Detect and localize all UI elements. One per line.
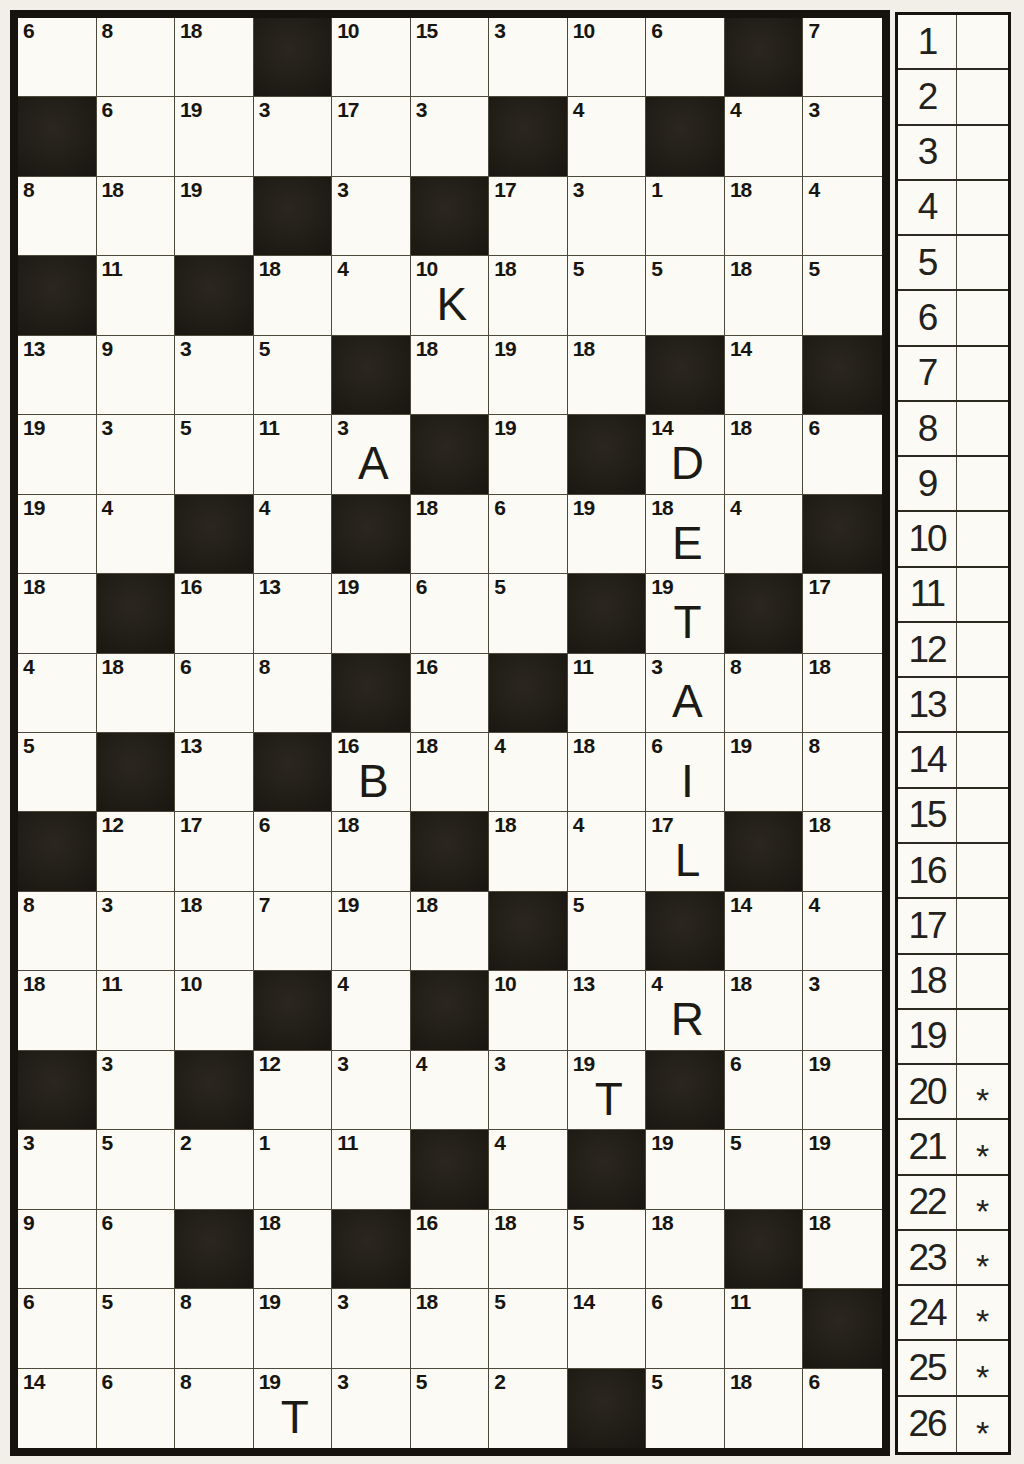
grid-cell[interactable]: 5 [568, 892, 647, 971]
grid-cell[interactable]: 4 [803, 892, 882, 971]
cell-code-number: 18 [730, 1370, 751, 1393]
grid-cell[interactable]: 19T [254, 1369, 333, 1448]
grid-cell[interactable]: 4R [646, 971, 725, 1050]
grid-cell[interactable]: 19 [489, 336, 568, 415]
tracker-code-number: 3 [898, 126, 957, 179]
grid-cell[interactable]: 18E [646, 495, 725, 574]
grid-cell-black [254, 971, 333, 1050]
grid-cell[interactable]: 11 [725, 1289, 804, 1368]
grid-cell[interactable]: 16 [175, 574, 254, 653]
tracker-letter-cell[interactable] [957, 126, 1008, 179]
grid-cell[interactable]: 3 [18, 1130, 97, 1209]
tracker-letter-cell[interactable] [957, 347, 1008, 400]
cell-code-number: 11 [102, 257, 122, 280]
tracker-letter-cell[interactable] [957, 1010, 1008, 1063]
grid-cell[interactable]: 18 [411, 495, 490, 574]
grid-cell[interactable]: 5 [568, 1210, 647, 1289]
cell-code-number: 8 [808, 734, 819, 757]
tracker-letter-cell[interactable] [957, 733, 1008, 786]
cell-code-number: 18 [730, 416, 751, 439]
grid-cell-black [725, 18, 804, 97]
cell-code-number: 5 [494, 1290, 505, 1313]
cell-code-number: 5 [23, 734, 34, 757]
grid-cell[interactable]: 4 [411, 1051, 490, 1130]
grid-cell[interactable]: 11 [254, 415, 333, 494]
tracker-letter-cell[interactable]: * [957, 1397, 1008, 1452]
grid-cell[interactable]: 16B [332, 733, 411, 812]
cell-code-number: 6 [651, 19, 662, 42]
tracker-letter-cell[interactable]: * [957, 1286, 1008, 1339]
cell-code-number: 3 [102, 1052, 113, 1075]
grid-cell[interactable]: 5 [97, 1289, 176, 1368]
grid-cell-black [175, 256, 254, 335]
letter-tracker-panel: 1234567891011121314151617181920*21*22*23… [895, 12, 1011, 1455]
cell-code-number: 4 [730, 98, 741, 121]
grid-cell[interactable]: 6I [646, 733, 725, 812]
grid-cell-black [97, 574, 176, 653]
tracker-code-number: 10 [898, 512, 957, 565]
grid-cell[interactable]: 12 [97, 812, 176, 891]
grid-cell[interactable]: 19 [568, 495, 647, 574]
grid-cell[interactable]: 18 [254, 1210, 333, 1289]
grid-cell[interactable]: 6 [725, 1051, 804, 1130]
cell-code-number: 18 [730, 178, 751, 201]
grid-cell-black [725, 574, 804, 653]
grid-cell[interactable]: 4 [489, 733, 568, 812]
tracker-letter-cell[interactable]: * [957, 1341, 1008, 1394]
grid-cell[interactable]: 18 [489, 1210, 568, 1289]
grid-cell[interactable]: 18 [97, 177, 176, 256]
grid-cell-black [803, 336, 882, 415]
tracker-row: 13 [898, 678, 1008, 733]
grid-cell[interactable]: 4 [568, 812, 647, 891]
grid-cell[interactable]: 9 [18, 1210, 97, 1289]
grid-cell[interactable]: 19 [803, 1051, 882, 1130]
grid-cell-black [411, 415, 490, 494]
grid-cell[interactable]: 19 [175, 177, 254, 256]
grid-cell[interactable]: 9 [97, 336, 176, 415]
cell-code-number: 3 [337, 178, 348, 201]
tracker-row: 12 [898, 623, 1008, 678]
grid-cell[interactable]: 11 [568, 654, 647, 733]
grid-cell[interactable]: 5 [568, 256, 647, 335]
grid-cell[interactable]: 19 [175, 97, 254, 176]
cell-code-number: 8 [730, 655, 741, 678]
tracker-letter-cell[interactable] [957, 402, 1008, 455]
cell-code-number: 17 [180, 813, 201, 836]
grid-cell[interactable]: 4 [254, 495, 333, 574]
grid-cell[interactable]: 10 [568, 18, 647, 97]
cell-code-number: 12 [102, 813, 123, 836]
cell-code-number: 18 [23, 575, 44, 598]
grid-cell[interactable]: 4 [18, 654, 97, 733]
star-mark: * [976, 1414, 989, 1453]
tracker-row: 3 [898, 126, 1008, 181]
cell-code-number: 11 [337, 1131, 357, 1154]
grid-cell[interactable]: 12 [254, 1051, 333, 1130]
tracker-row: 5 [898, 236, 1008, 291]
grid-cell[interactable]: 18 [332, 812, 411, 891]
cell-code-number: 8 [180, 1370, 191, 1393]
grid-cell[interactable]: 16 [411, 654, 490, 733]
grid-cell-black [646, 336, 725, 415]
grid-cell-black [18, 97, 97, 176]
grid-cell-black [332, 654, 411, 733]
tracker-letter-cell[interactable] [957, 789, 1008, 842]
grid-cell[interactable]: 17 [803, 574, 882, 653]
grid-cell[interactable]: 4 [568, 97, 647, 176]
grid-cell[interactable]: 8 [175, 1289, 254, 1368]
grid-cell[interactable]: 5 [646, 256, 725, 335]
grid-cell[interactable]: 18 [175, 18, 254, 97]
tracker-row: 26* [898, 1397, 1008, 1452]
cell-code-number: 19 [180, 178, 201, 201]
grid-cell[interactable]: 4 [332, 971, 411, 1050]
grid-cell[interactable]: 3 [489, 1051, 568, 1130]
tracker-code-number: 15 [898, 789, 957, 842]
grid-cell[interactable]: 4 [725, 97, 804, 176]
codeword-grid-frame: 6818101531067619317344381819317311841118… [10, 10, 890, 1456]
tracker-letter-cell[interactable] [957, 844, 1008, 897]
tracker-code-number: 8 [898, 402, 957, 455]
grid-cell[interactable]: 18 [18, 574, 97, 653]
grid-cell[interactable]: 1 [254, 1130, 333, 1209]
grid-cell[interactable]: 3 [97, 415, 176, 494]
cell-code-number: 18 [337, 813, 358, 836]
grid-cell[interactable]: 6 [97, 97, 176, 176]
grid-cell-black [175, 1051, 254, 1130]
tracker-letter-cell[interactable] [957, 899, 1008, 952]
tracker-letter-cell[interactable] [957, 512, 1008, 565]
grid-cell[interactable]: 18 [489, 256, 568, 335]
grid-cell[interactable]: 3 [332, 177, 411, 256]
cell-code-number: 3 [808, 972, 819, 995]
grid-cell[interactable]: 19 [18, 415, 97, 494]
grid-cell[interactable]: 18 [725, 256, 804, 335]
grid-cell[interactable]: 15 [411, 18, 490, 97]
grid-cell[interactable]: 10 [332, 18, 411, 97]
grid-cell[interactable]: 18 [97, 654, 176, 733]
grid-cell[interactable]: 16 [411, 1210, 490, 1289]
grid-cell[interactable]: 5 [411, 1369, 490, 1448]
cell-code-number: 14 [573, 1290, 594, 1313]
cell-code-number: 5 [651, 257, 662, 280]
grid-cell[interactable]: 3 [332, 1289, 411, 1368]
grid-cell[interactable]: 18 [725, 1369, 804, 1448]
grid-cell[interactable]: 4 [489, 1130, 568, 1209]
grid-cell[interactable]: 18 [568, 336, 647, 415]
grid-cell[interactable]: 14 [568, 1289, 647, 1368]
tracker-row: 20* [898, 1065, 1008, 1120]
star-mark: * [976, 1358, 989, 1397]
tracker-letter-cell[interactable]: * [957, 1231, 1008, 1284]
grid-cell[interactable]: 2 [175, 1130, 254, 1209]
grid-cell[interactable]: 3 [489, 18, 568, 97]
tracker-code-number: 19 [898, 1010, 957, 1063]
grid-cell[interactable]: 14 [725, 336, 804, 415]
grid-cell-black [175, 1210, 254, 1289]
grid-cell[interactable]: 5 [254, 336, 333, 415]
grid-cell[interactable]: 2 [489, 1369, 568, 1448]
cell-code-number: 5 [730, 1131, 741, 1154]
grid-cell[interactable]: 18 [803, 1210, 882, 1289]
grid-cell[interactable]: 4 [803, 177, 882, 256]
grid-cell[interactable]: 18 [803, 654, 882, 733]
grid-cell[interactable]: 8 [18, 892, 97, 971]
cell-code-number: 6 [102, 98, 113, 121]
cell-code-number: 5 [573, 1211, 584, 1234]
grid-cell[interactable]: 7 [803, 18, 882, 97]
cell-code-number: 5 [102, 1290, 113, 1313]
grid-cell[interactable]: 3 [803, 97, 882, 176]
tracker-code-number: 11 [898, 568, 957, 621]
cell-code-number: 18 [494, 813, 515, 836]
grid-cell[interactable]: 5 [725, 1130, 804, 1209]
cell-code-number: 8 [102, 19, 113, 42]
grid-cell[interactable]: 3A [646, 654, 725, 733]
grid-cell[interactable]: 17 [175, 812, 254, 891]
cell-code-number: 5 [102, 1131, 113, 1154]
grid-cell[interactable]: 18 [489, 812, 568, 891]
cell-code-number: 7 [808, 19, 819, 42]
grid-cell[interactable]: 4 [725, 495, 804, 574]
tracker-letter-cell[interactable]: * [957, 1176, 1008, 1229]
tracker-code-number: 5 [898, 236, 957, 289]
cell-code-number: 18 [102, 655, 123, 678]
grid-cell[interactable]: 6 [803, 415, 882, 494]
grid-cell[interactable]: 13 [568, 971, 647, 1050]
tracker-letter-cell[interactable] [957, 181, 1008, 234]
grid-cell[interactable]: 18 [803, 812, 882, 891]
grid-cell-black [725, 812, 804, 891]
grid-cell[interactable]: 18 [18, 971, 97, 1050]
tracker-letter-cell[interactable]: * [957, 1065, 1008, 1118]
grid-cell[interactable]: 5 [97, 1130, 176, 1209]
cell-code-number: 3 [23, 1131, 34, 1154]
cell-code-number: 4 [337, 972, 348, 995]
grid-cell[interactable]: 18 [568, 733, 647, 812]
grid-cell[interactable]: 6 [175, 654, 254, 733]
cell-code-number: 3 [494, 1052, 505, 1075]
grid-cell[interactable]: 5 [489, 574, 568, 653]
grid-cell[interactable]: 19 [725, 733, 804, 812]
grid-cell[interactable]: 13 [254, 574, 333, 653]
grid-cell[interactable]: 10 [489, 971, 568, 1050]
grid-cell[interactable]: 3 [568, 177, 647, 256]
grid-cell[interactable]: 3 [97, 892, 176, 971]
grid-cell[interactable]: 3 [332, 1369, 411, 1448]
grid-cell[interactable]: 6 [411, 574, 490, 653]
cell-code-number: 3 [102, 893, 113, 916]
grid-cell[interactable]: 14 [18, 1369, 97, 1448]
grid-cell-black [18, 256, 97, 335]
tracker-code-number: 21 [898, 1120, 957, 1173]
tracker-code-number: 1 [898, 15, 957, 68]
grid-cell-black [646, 892, 725, 971]
cell-code-number: 11 [730, 1290, 750, 1313]
grid-cell[interactable]: 6 [254, 812, 333, 891]
grid-cell-black [97, 733, 176, 812]
grid-cell[interactable]: 18 [411, 733, 490, 812]
cell-code-number: 6 [730, 1052, 741, 1075]
cell-given-letter: T [651, 593, 724, 651]
tracker-row: 10 [898, 512, 1008, 567]
grid-cell[interactable]: 8 [97, 18, 176, 97]
grid-cell[interactable]: 13 [175, 733, 254, 812]
grid-cell[interactable]: 8 [254, 654, 333, 733]
grid-cell[interactable]: 6 [646, 18, 725, 97]
grid-cell[interactable]: 3 [411, 97, 490, 176]
grid-cell[interactable]: 18 [725, 177, 804, 256]
grid-cell[interactable]: 6 [18, 18, 97, 97]
star-mark: * [976, 1302, 989, 1341]
grid-cell[interactable]: 5 [646, 1369, 725, 1448]
grid-cell[interactable]: 19T [568, 1051, 647, 1130]
star-mark: * [976, 1081, 989, 1120]
cell-code-number: 13 [180, 734, 201, 757]
cell-code-number: 10 [573, 19, 594, 42]
grid-cell[interactable]: 11 [97, 256, 176, 335]
grid-cell-black [411, 1130, 490, 1209]
cell-code-number: 9 [23, 1211, 34, 1234]
cell-code-number: 8 [23, 178, 34, 201]
cell-code-number: 18 [808, 655, 829, 678]
tracker-row: 14 [898, 733, 1008, 788]
grid-cell[interactable]: 8 [725, 654, 804, 733]
grid-cell[interactable]: 3 [175, 336, 254, 415]
grid-cell[interactable]: 18 [175, 892, 254, 971]
grid-cell[interactable]: 3 [97, 1051, 176, 1130]
grid-cell[interactable]: 17L [646, 812, 725, 891]
grid-cell[interactable]: 19 [254, 1289, 333, 1368]
grid-cell[interactable]: 19 [489, 415, 568, 494]
grid-cell-black [411, 177, 490, 256]
tracker-row: 9 [898, 457, 1008, 512]
cell-code-number: 4 [573, 98, 584, 121]
grid-cell[interactable]: 6 [97, 1210, 176, 1289]
cell-code-number: 19 [651, 1131, 672, 1154]
grid-cell[interactable]: 3 [254, 97, 333, 176]
grid-cell-black [568, 1369, 647, 1448]
cell-code-number: 14 [23, 1370, 44, 1393]
grid-cell[interactable]: 18 [411, 1289, 490, 1368]
cell-code-number: 4 [23, 655, 34, 678]
grid-cell[interactable]: 3 [803, 971, 882, 1050]
cell-given-letter: T [258, 1388, 331, 1447]
grid-cell[interactable]: 5 [175, 415, 254, 494]
grid-cell[interactable]: 10K [411, 256, 490, 335]
grid-cell[interactable]: 8 [803, 733, 882, 812]
cell-code-number: 10 [180, 972, 201, 995]
grid-cell[interactable]: 4 [97, 495, 176, 574]
tracker-letter-cell[interactable] [957, 457, 1008, 510]
grid-cell[interactable]: 11 [97, 971, 176, 1050]
grid-cell[interactable]: 19 [803, 1130, 882, 1209]
tracker-letter-cell[interactable] [957, 291, 1008, 344]
cell-given-letter: A [337, 434, 410, 492]
cell-code-number: 18 [573, 337, 594, 360]
cell-code-number: 5 [808, 257, 819, 280]
tracker-letter-cell[interactable] [957, 236, 1008, 289]
cell-code-number: 18 [808, 1211, 829, 1234]
tracker-letter-cell[interactable] [957, 678, 1008, 731]
grid-cell[interactable]: 5 [489, 1289, 568, 1368]
grid-cell[interactable]: 18 [725, 971, 804, 1050]
cell-code-number: 19 [494, 416, 515, 439]
tracker-letter-cell[interactable] [957, 70, 1008, 123]
grid-cell[interactable]: 18 [254, 256, 333, 335]
grid-cell[interactable]: 6 [489, 495, 568, 574]
tracker-row: 16 [898, 844, 1008, 899]
grid-cell[interactable]: 18 [725, 415, 804, 494]
grid-cell[interactable]: 6 [803, 1369, 882, 1448]
cell-code-number: 12 [259, 1052, 280, 1075]
grid-cell[interactable]: 17 [489, 177, 568, 256]
grid-cell[interactable]: 10 [175, 971, 254, 1050]
grid-cell[interactable]: 18 [411, 892, 490, 971]
tracker-letter-cell[interactable] [957, 568, 1008, 621]
tracker-letter-cell[interactable] [957, 15, 1008, 68]
tracker-letter-cell[interactable] [957, 623, 1008, 676]
cell-given-letter: K [415, 275, 488, 333]
grid-cell[interactable]: 4 [332, 256, 411, 335]
grid-cell[interactable]: 8 [175, 1369, 254, 1448]
cell-given-letter: L [651, 831, 724, 889]
grid-cell[interactable]: 7 [254, 892, 333, 971]
grid-cell[interactable]: 19 [18, 495, 97, 574]
grid-cell[interactable]: 6 [18, 1289, 97, 1368]
tracker-letter-cell[interactable]: * [957, 1120, 1008, 1173]
grid-cell[interactable]: 19 [332, 892, 411, 971]
grid-cell[interactable]: 13 [18, 336, 97, 415]
tracker-row: 18 [898, 955, 1008, 1010]
grid-cell[interactable]: 14D [646, 415, 725, 494]
grid-cell[interactable]: 3 [332, 1051, 411, 1130]
grid-cell[interactable]: 18 [411, 336, 490, 415]
tracker-letter-cell[interactable] [957, 955, 1008, 1008]
cell-code-number: 6 [259, 813, 270, 836]
grid-cell[interactable]: 5 [803, 256, 882, 335]
grid-cell[interactable]: 3A [332, 415, 411, 494]
grid-cell-black [332, 336, 411, 415]
cell-code-number: 18 [573, 734, 594, 757]
codeword-grid: 6818101531067619317344381819317311841118… [18, 18, 882, 1448]
cell-code-number: 3 [259, 98, 270, 121]
cell-code-number: 3 [337, 1370, 348, 1393]
grid-cell[interactable]: 1 [646, 177, 725, 256]
cell-code-number: 19 [573, 496, 594, 519]
cell-code-number: 18 [416, 734, 437, 757]
grid-cell[interactable]: 19 [646, 1130, 725, 1209]
grid-cell[interactable]: 19 [332, 574, 411, 653]
cell-code-number: 14 [730, 893, 751, 916]
grid-cell[interactable]: 18 [646, 1210, 725, 1289]
cell-given-letter: D [651, 434, 724, 492]
grid-cell[interactable]: 14 [725, 892, 804, 971]
grid-cell[interactable]: 6 [97, 1369, 176, 1448]
grid-cell[interactable]: 6 [646, 1289, 725, 1368]
grid-cell-black [411, 971, 490, 1050]
grid-cell[interactable]: 19T [646, 574, 725, 653]
grid-cell[interactable]: 11 [332, 1130, 411, 1209]
grid-cell[interactable]: 8 [18, 177, 97, 256]
cell-code-number: 13 [23, 337, 44, 360]
cell-code-number: 3 [337, 1290, 348, 1313]
cell-code-number: 4 [573, 813, 584, 836]
grid-cell[interactable]: 5 [18, 733, 97, 812]
grid-cell[interactable]: 17 [332, 97, 411, 176]
cell-code-number: 19 [808, 1131, 829, 1154]
